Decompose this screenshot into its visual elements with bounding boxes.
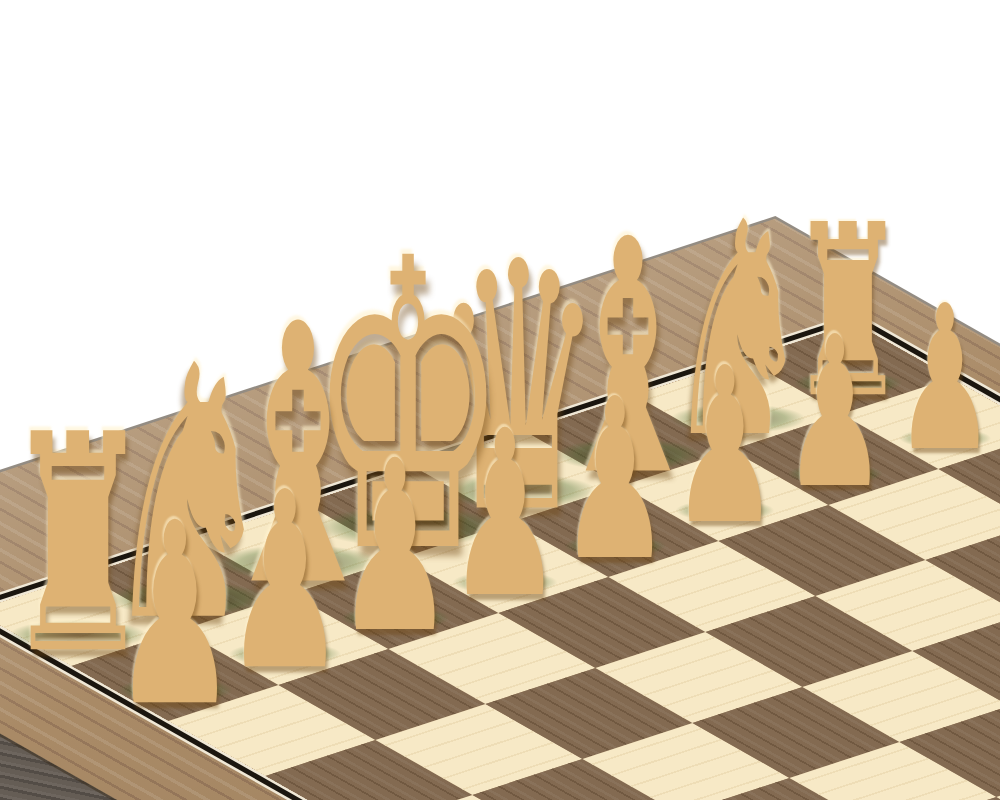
pieces-layer: ♜♞♝♚♛♝♞♜♟♟♟♟♟♟♟♟: [0, 0, 1000, 800]
piece-white-pawn-d2[interactable]: ♟: [559, 369, 670, 591]
chess-set-photo: ♜♞♝♚♛♝♞♜♟♟♟♟♟♟♟♟: [0, 0, 1000, 800]
piece-white-pawn-f2[interactable]: ♟: [336, 430, 454, 666]
piece-white-pawn-h2[interactable]: ♟: [112, 490, 238, 741]
piece-white-pawn-b2[interactable]: ♟: [783, 309, 887, 517]
piece-white-pawn-e2[interactable]: ♟: [448, 400, 563, 629]
piece-white-pawn-a2[interactable]: ♟: [895, 279, 995, 479]
piece-white-pawn-g2[interactable]: ♟: [224, 460, 347, 704]
piece-white-pawn-c2[interactable]: ♟: [671, 339, 779, 554]
